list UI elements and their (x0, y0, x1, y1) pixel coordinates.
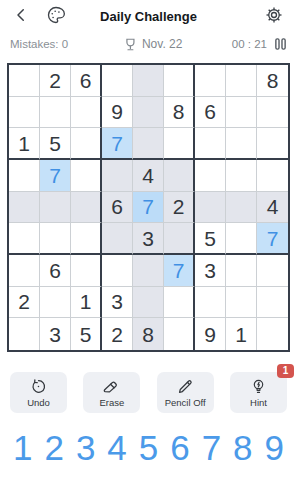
palette-icon (46, 5, 66, 25)
gear-icon (264, 5, 284, 25)
timer-label: 00 : 21 (232, 38, 267, 50)
sudoku-cell-r9c9[interactable] (257, 318, 288, 350)
back-button[interactable] (10, 4, 32, 26)
sudoku-cell-r8c9[interactable] (257, 287, 288, 319)
undo-label: Undo (27, 397, 50, 408)
sudoku-cell-r3c4[interactable]: 7 (102, 128, 133, 160)
sudoku-cell-r8c8[interactable] (226, 287, 257, 319)
sudoku-cell-r5c3[interactable] (71, 192, 102, 224)
sudoku-cell-r7c3[interactable] (71, 255, 102, 287)
sudoku-cell-r2c7[interactable]: 6 (195, 97, 226, 129)
sudoku-cell-r2c3[interactable] (71, 97, 102, 129)
sudoku-cell-r5c6[interactable]: 2 (164, 192, 195, 224)
sudoku-cell-r4c5[interactable]: 4 (133, 160, 164, 192)
trophy-icon (123, 37, 137, 52)
sudoku-cell-r9c3[interactable]: 5 (71, 318, 102, 350)
sudoku-cell-r3c5[interactable] (133, 128, 164, 160)
sudoku-cell-r9c2[interactable]: 3 (40, 318, 71, 350)
pause-icon (274, 37, 287, 51)
sudoku-cell-r1c2[interactable]: 2 (40, 65, 71, 97)
sudoku-cell-r6c7[interactable]: 5 (195, 223, 226, 255)
sudoku-cell-r4c3[interactable] (71, 160, 102, 192)
sudoku-cell-r3c9[interactable] (257, 128, 288, 160)
sudoku-cell-r4c2[interactable]: 7 (40, 160, 71, 192)
hint-button[interactable]: 1 Hint (230, 372, 287, 413)
sudoku-cell-r6c9[interactable]: 7 (257, 223, 288, 255)
sudoku-cell-r1c7[interactable] (195, 65, 226, 97)
sudoku-cell-r5c8[interactable] (226, 192, 257, 224)
sudoku-cell-r6c4[interactable] (102, 223, 133, 255)
sudoku-cell-r7c2[interactable]: 6 (40, 255, 71, 287)
pause-button[interactable] (274, 37, 287, 51)
sudoku-cell-r7c5[interactable] (133, 255, 164, 287)
sudoku-cell-r5c9[interactable]: 4 (257, 192, 288, 224)
sudoku-cell-r4c7[interactable] (195, 160, 226, 192)
sudoku-cell-r4c9[interactable] (257, 160, 288, 192)
undo-icon (29, 377, 48, 396)
sudoku-cell-r9c5[interactable]: 8 (133, 318, 164, 350)
lightbulb-icon (249, 377, 268, 396)
numpad-5[interactable]: 5 (139, 429, 158, 468)
tool-bar: Undo Erase Pencil Off 1 Hint (10, 372, 287, 413)
numpad-4[interactable]: 4 (107, 429, 126, 468)
numpad-1[interactable]: 1 (13, 429, 32, 468)
sudoku-cell-r3c7[interactable] (195, 128, 226, 160)
daily-date: Nov. 22 (123, 37, 182, 52)
sudoku-cell-r8c3[interactable]: 1 (71, 287, 102, 319)
chevron-left-icon (12, 6, 30, 24)
sudoku-cell-r4c1[interactable] (9, 160, 40, 192)
pencil-button[interactable]: Pencil Off (157, 372, 214, 413)
sudoku-cell-r3c8[interactable] (226, 128, 257, 160)
sudoku-cell-r4c6[interactable] (164, 160, 195, 192)
sudoku-cell-r1c5[interactable] (133, 65, 164, 97)
sudoku-cell-r3c3[interactable] (71, 128, 102, 160)
sudoku-cell-r8c4[interactable]: 3 (102, 287, 133, 319)
hint-label: Hint (250, 397, 267, 408)
sudoku-cell-r2c6[interactable]: 8 (164, 97, 195, 129)
top-bar: Daily Challenge (0, 0, 297, 30)
page-title: Daily Challenge (100, 9, 197, 24)
pencil-mode-label: Pencil Off (165, 397, 206, 408)
sudoku-cell-r5c4[interactable]: 6 (102, 192, 133, 224)
sudoku-cell-r1c6[interactable] (164, 65, 195, 97)
hint-badge: 1 (277, 364, 294, 378)
sudoku-cell-r5c5[interactable]: 7 (133, 192, 164, 224)
sudoku-cell-r1c9[interactable]: 8 (257, 65, 288, 97)
sudoku-cell-r2c9[interactable] (257, 97, 288, 129)
mistakes-counter: Mistakes: 0 (10, 38, 68, 50)
undo-button[interactable]: Undo (10, 372, 67, 413)
erase-label: Erase (99, 397, 124, 408)
sudoku-cell-r7c8[interactable] (226, 255, 257, 287)
eraser-icon (102, 377, 121, 396)
number-pad: 123456789 (13, 429, 284, 468)
status-bar: Mistakes: 0 Nov. 22 00 : 21 (0, 33, 297, 55)
numpad-3[interactable]: 3 (76, 429, 95, 468)
numpad-6[interactable]: 6 (170, 429, 189, 468)
sudoku-cell-r5c1[interactable] (9, 192, 40, 224)
sudoku-cell-r7c4[interactable] (102, 255, 133, 287)
pencil-icon (176, 377, 195, 396)
sudoku-cell-r2c4[interactable]: 9 (102, 97, 133, 129)
sudoku-cell-r6c6[interactable] (164, 223, 195, 255)
sudoku-cell-r9c6[interactable] (164, 318, 195, 350)
sudoku-cell-r1c3[interactable]: 6 (71, 65, 102, 97)
sudoku-board: 268986157746724357673213352891 (7, 63, 290, 352)
sudoku-cell-r3c1[interactable]: 1 (9, 128, 40, 160)
sudoku-cell-r9c7[interactable]: 9 (195, 318, 226, 350)
numpad-7[interactable]: 7 (202, 429, 221, 468)
numpad-9[interactable]: 9 (265, 429, 284, 468)
date-label: Nov. 22 (142, 37, 182, 51)
sudoku-cell-r3c2[interactable]: 5 (40, 128, 71, 160)
sudoku-cell-r8c6[interactable] (164, 287, 195, 319)
sudoku-cell-r7c9[interactable] (257, 255, 288, 287)
sudoku-cell-r1c4[interactable] (102, 65, 133, 97)
sudoku-app: Daily Challenge Mistakes: 0 Nov. 22 00 :… (0, 0, 297, 502)
numpad-2[interactable]: 2 (44, 429, 63, 468)
sudoku-cell-r6c8[interactable] (226, 223, 257, 255)
sudoku-cell-r1c1[interactable] (9, 65, 40, 97)
numpad-8[interactable]: 8 (233, 429, 252, 468)
timer-group: 00 : 21 (232, 37, 287, 51)
sudoku-cell-r6c2[interactable] (40, 223, 71, 255)
sudoku-cell-r7c1[interactable] (9, 255, 40, 287)
erase-button[interactable]: Erase (83, 372, 140, 413)
sudoku-cell-r9c4[interactable]: 2 (102, 318, 133, 350)
sudoku-cell-r2c8[interactable] (226, 97, 257, 129)
sudoku-cell-r6c1[interactable] (9, 223, 40, 255)
theme-button[interactable] (44, 3, 68, 27)
sudoku-cell-r8c5[interactable] (133, 287, 164, 319)
sudoku-cell-r6c3[interactable] (71, 223, 102, 255)
sudoku-cell-r1c8[interactable] (226, 65, 257, 97)
sudoku-cell-r6c5[interactable]: 3 (133, 223, 164, 255)
sudoku-cell-r7c7[interactable]: 3 (195, 255, 226, 287)
sudoku-cell-r3c6[interactable] (164, 128, 195, 160)
sudoku-cell-r8c7[interactable] (195, 287, 226, 319)
sudoku-cell-r5c2[interactable] (40, 192, 71, 224)
sudoku-cell-r8c2[interactable] (40, 287, 71, 319)
sudoku-cell-r2c5[interactable] (133, 97, 164, 129)
sudoku-cell-r2c2[interactable] (40, 97, 71, 129)
sudoku-cell-r8c1[interactable]: 2 (9, 287, 40, 319)
settings-button[interactable] (262, 3, 286, 27)
sudoku-cell-r2c1[interactable] (9, 97, 40, 129)
sudoku-cell-r7c6[interactable]: 7 (164, 255, 195, 287)
sudoku-cell-r9c1[interactable] (9, 318, 40, 350)
sudoku-cell-r9c8[interactable]: 1 (226, 318, 257, 350)
sudoku-cell-r4c8[interactable] (226, 160, 257, 192)
sudoku-cell-r5c7[interactable] (195, 192, 226, 224)
sudoku-cell-r4c4[interactable] (102, 160, 133, 192)
